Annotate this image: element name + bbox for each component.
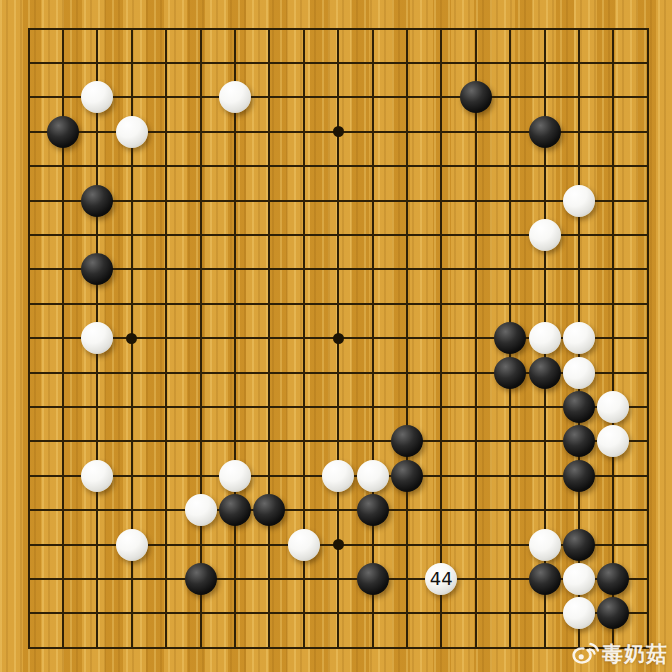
white-stone — [563, 597, 595, 629]
white-stone — [81, 322, 113, 354]
black-stone — [253, 494, 285, 526]
white-stone — [81, 81, 113, 113]
black-stone — [391, 425, 423, 457]
black-stone — [563, 529, 595, 561]
star-point — [126, 333, 137, 344]
black-stone — [563, 425, 595, 457]
grid-line-vertical — [440, 28, 442, 649]
white-stone — [529, 219, 561, 251]
white-stone — [563, 322, 595, 354]
white-stone — [597, 391, 629, 423]
watermark-text: 毒奶菇 — [602, 640, 668, 668]
black-stone — [219, 494, 251, 526]
grid-line-vertical — [475, 28, 477, 649]
black-stone — [47, 116, 79, 148]
watermark: 毒奶菇 — [569, 640, 668, 668]
grid-line-vertical — [372, 28, 374, 649]
black-stone — [391, 460, 423, 492]
grid-line-horizontal — [28, 406, 649, 408]
white-stone — [357, 460, 389, 492]
black-stone — [529, 116, 561, 148]
black-stone — [597, 597, 629, 629]
white-stone — [563, 357, 595, 389]
black-stone — [357, 494, 389, 526]
star-point — [333, 126, 344, 137]
white-stone — [288, 529, 320, 561]
black-stone — [185, 563, 217, 595]
black-stone — [81, 185, 113, 217]
black-stone — [563, 460, 595, 492]
black-stone — [494, 357, 526, 389]
move-44-stone: 44 — [425, 563, 457, 595]
white-stone — [219, 460, 251, 492]
go-board-screenshot: 44 毒奶菇 — [0, 0, 672, 672]
white-stone — [597, 425, 629, 457]
white-stone — [81, 460, 113, 492]
grid-line-horizontal — [28, 509, 649, 511]
white-stone — [219, 81, 251, 113]
black-stone — [529, 563, 561, 595]
black-stone — [597, 563, 629, 595]
grid-line-vertical — [647, 28, 649, 649]
grid-line-horizontal — [28, 612, 649, 614]
black-stone — [460, 81, 492, 113]
grid-line-horizontal — [28, 647, 649, 649]
black-stone — [563, 391, 595, 423]
grid-line-horizontal — [28, 440, 649, 442]
black-stone — [357, 563, 389, 595]
white-stone — [563, 563, 595, 595]
black-stone — [494, 322, 526, 354]
star-point — [333, 333, 344, 344]
white-stone — [563, 185, 595, 217]
weibo-icon — [569, 641, 599, 667]
white-stone — [529, 322, 561, 354]
white-stone — [116, 116, 148, 148]
grid-line-vertical — [612, 28, 614, 649]
black-stone — [81, 253, 113, 285]
white-stone — [185, 494, 217, 526]
white-stone — [529, 529, 561, 561]
grid-line-vertical — [406, 28, 408, 649]
move-number-label: 44 — [430, 570, 453, 588]
star-point — [333, 539, 344, 550]
black-stone — [529, 357, 561, 389]
white-stone — [322, 460, 354, 492]
white-stone — [116, 529, 148, 561]
